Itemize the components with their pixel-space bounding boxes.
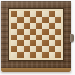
box-side-edge xyxy=(1,68,71,72)
chess-board-grid xyxy=(11,11,61,58)
latch-icon xyxy=(70,34,74,42)
board-square xyxy=(55,52,61,58)
photo-background xyxy=(0,0,75,75)
board-frame xyxy=(1,1,71,68)
board-inner-margin xyxy=(9,9,63,60)
chess-board-box xyxy=(1,1,71,72)
